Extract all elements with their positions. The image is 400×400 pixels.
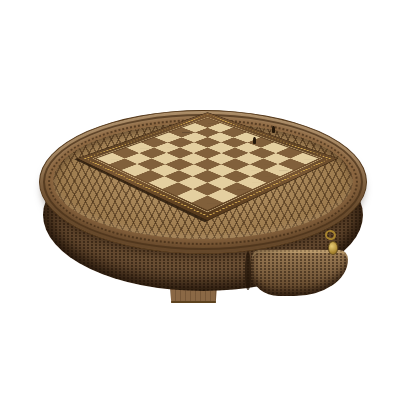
pieces-layer: ♜♞♝♛♚♝♞♜♟♟♟♟♟♟♟♟♟♟♟♟♟♟♟♟♜♞♝♛♚♝♞♜ <box>96 118 318 210</box>
king-finial-icon <box>167 88 170 95</box>
screenshot-root: ♜♞♝♛♚♝♞♜♟♟♟♟♟♟♟♟♟♟♟♟♟♟♟♟♜♞♝♛♚♝♞♜ <box>0 0 400 400</box>
black-pawn-icon: ♟ <box>110 138 136 167</box>
drawer-pull-medallion[interactable] <box>328 241 338 255</box>
frame-peg-icon <box>272 126 275 133</box>
frame-peg-icon <box>253 137 256 144</box>
board-perspective-wrapper: ♜♞♝♛♚♝♞♜♟♟♟♟♟♟♟♟♟♟♟♟♟♟♟♟♜♞♝♛♚♝♞♜ <box>0 0 400 400</box>
chess-board: ♜♞♝♛♚♝♞♜♟♟♟♟♟♟♟♟♟♟♟♟♟♟♟♟♜♞♝♛♚♝♞♜ <box>77 112 339 221</box>
white-rook-icon: ♜ <box>191 170 224 207</box>
